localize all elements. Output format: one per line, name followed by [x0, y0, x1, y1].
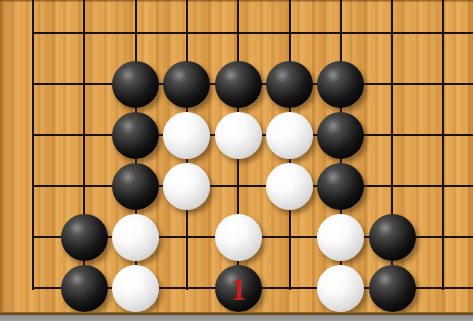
stone-black-c6r2[interactable]	[266, 61, 313, 108]
stone-white-c5r5[interactable]	[215, 214, 262, 261]
stone-black-c2r6[interactable]	[61, 265, 108, 312]
stone-white-c3r5[interactable]	[112, 214, 159, 261]
stone-black-c7r3[interactable]	[317, 112, 364, 159]
grid-line-vertical	[442, 0, 444, 290]
stone-white-c6r3[interactable]	[266, 112, 313, 159]
stone-white-c5r3[interactable]	[215, 112, 262, 159]
stone-black-c3r3[interactable]	[112, 112, 159, 159]
stone-black-c3r2[interactable]	[112, 61, 159, 108]
move-number-label: 1	[215, 265, 262, 312]
stone-black-c2r5[interactable]	[61, 214, 108, 261]
stone-white-c7r5[interactable]	[317, 214, 364, 261]
stone-white-c7r6[interactable]	[317, 265, 364, 312]
stone-white-c4r3[interactable]	[163, 112, 210, 159]
stone-black-c4r2[interactable]	[163, 61, 210, 108]
stone-white-c4r4[interactable]	[163, 163, 210, 210]
stone-black-c8r5[interactable]	[369, 214, 416, 261]
stone-black-c7r2[interactable]	[317, 61, 364, 108]
go-app-screenshot: 1	[0, 0, 473, 321]
grid-line-horizontal	[32, 32, 473, 34]
page-background-strip	[0, 315, 473, 321]
stone-white-c3r6[interactable]	[112, 265, 159, 312]
stone-black-c8r6[interactable]	[369, 265, 416, 312]
stone-black-c5r2[interactable]	[215, 61, 262, 108]
stone-black-c3r4[interactable]	[112, 163, 159, 210]
grid-line-horizontal	[32, 185, 473, 187]
stone-white-c6r4[interactable]	[266, 163, 313, 210]
stone-black-c7r4[interactable]	[317, 163, 364, 210]
grid-line-vertical	[32, 0, 34, 290]
stone-black-c5r6[interactable]: 1	[215, 265, 262, 312]
